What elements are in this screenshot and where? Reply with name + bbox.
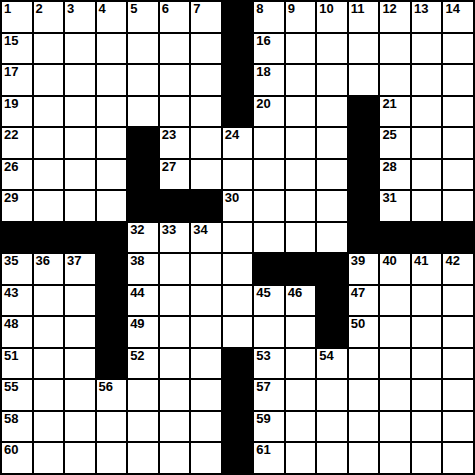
cell-r5c14[interactable] <box>412 128 442 158</box>
clue-number: 28 <box>382 160 396 174</box>
black-cell <box>223 349 253 379</box>
cell-r15c9[interactable]: 61 <box>254 443 284 473</box>
cell-r8c9[interactable] <box>254 223 284 253</box>
cell-r9c12[interactable]: 39 <box>349 254 379 284</box>
cell-r2c1[interactable]: 15 <box>2 34 32 64</box>
clue-number: 7 <box>193 2 200 16</box>
black-cell <box>317 286 347 316</box>
cell-r14c5[interactable] <box>128 412 158 442</box>
clue-number: 11 <box>351 2 365 16</box>
cell-r14c2[interactable] <box>34 412 64 442</box>
cell-r11c10[interactable] <box>286 317 316 347</box>
black-cell <box>254 254 284 284</box>
clue-number: 41 <box>414 254 428 268</box>
cell-r15c2[interactable] <box>34 443 64 473</box>
cell-r4c4[interactable] <box>97 97 127 127</box>
cell-r14c9[interactable]: 59 <box>254 412 284 442</box>
cell-r11c13[interactable] <box>380 317 410 347</box>
clue-number: 33 <box>162 223 176 237</box>
cell-r14c3[interactable] <box>65 412 95 442</box>
black-cell <box>2 223 32 253</box>
cell-r14c15[interactable] <box>443 412 473 442</box>
black-cell <box>380 223 410 253</box>
cell-r7c13[interactable]: 31 <box>380 191 410 221</box>
cell-r10c10[interactable]: 46 <box>286 286 316 316</box>
cell-r1c9[interactable]: 8 <box>254 2 284 32</box>
clue-number: 45 <box>256 286 270 300</box>
cell-r4c10[interactable] <box>286 97 316 127</box>
cell-r7c9[interactable] <box>254 191 284 221</box>
clue-number: 9 <box>288 2 295 16</box>
cell-r15c4[interactable] <box>97 443 127 473</box>
black-cell <box>223 65 253 95</box>
cell-r12c9[interactable]: 53 <box>254 349 284 379</box>
cell-r10c8[interactable] <box>223 286 253 316</box>
cell-r14c13[interactable] <box>380 412 410 442</box>
cell-r5c2[interactable] <box>34 128 64 158</box>
cell-r10c5[interactable]: 44 <box>128 286 158 316</box>
black-cell <box>97 317 127 347</box>
clue-number: 52 <box>130 349 144 363</box>
cell-r9c5[interactable]: 38 <box>128 254 158 284</box>
cell-r3c5[interactable] <box>128 65 158 95</box>
cell-r1c15[interactable]: 14 <box>443 2 473 32</box>
cell-r6c7[interactable] <box>191 160 221 190</box>
cell-r8c7[interactable]: 34 <box>191 223 221 253</box>
cell-r11c15[interactable] <box>443 317 473 347</box>
clue-number: 38 <box>130 254 144 268</box>
cell-r14c10[interactable] <box>286 412 316 442</box>
crossword-grid: 1234567891011121314151617181920212223242… <box>0 0 475 475</box>
cell-r8c10[interactable] <box>286 223 316 253</box>
cell-r13c11[interactable] <box>317 380 347 410</box>
cell-r8c8[interactable] <box>223 223 253 253</box>
cell-r13c1[interactable]: 55 <box>2 380 32 410</box>
cell-r11c9[interactable] <box>254 317 284 347</box>
black-cell <box>34 223 64 253</box>
clue-number: 56 <box>99 380 113 394</box>
cell-r10c15[interactable] <box>443 286 473 316</box>
cell-r14c1[interactable]: 58 <box>2 412 32 442</box>
clue-number: 3 <box>67 2 74 16</box>
cell-r1c14[interactable]: 13 <box>412 2 442 32</box>
cell-r9c15[interactable]: 42 <box>443 254 473 284</box>
clue-number: 57 <box>256 380 270 394</box>
clue-number: 59 <box>256 412 270 426</box>
cell-r4c14[interactable] <box>412 97 442 127</box>
clue-number: 21 <box>382 97 396 111</box>
clue-number: 26 <box>4 160 18 174</box>
clue-number: 25 <box>382 128 396 142</box>
cell-r15c3[interactable] <box>65 443 95 473</box>
cell-r11c12[interactable]: 50 <box>349 317 379 347</box>
clue-number: 23 <box>162 128 176 142</box>
cell-r15c12[interactable] <box>349 443 379 473</box>
clue-number: 49 <box>130 317 144 331</box>
cell-r2c5[interactable] <box>128 34 158 64</box>
cell-r6c15[interactable] <box>443 160 473 190</box>
black-cell <box>349 97 379 127</box>
clue-number: 39 <box>351 254 365 268</box>
cell-r4c9[interactable]: 20 <box>254 97 284 127</box>
cell-r15c6[interactable] <box>160 443 190 473</box>
cell-r9c2[interactable]: 36 <box>34 254 64 284</box>
cell-r6c8[interactable] <box>223 160 253 190</box>
cell-r10c6[interactable] <box>160 286 190 316</box>
black-cell <box>128 160 158 190</box>
cell-r2c4[interactable] <box>97 34 127 64</box>
clue-number: 37 <box>67 254 81 268</box>
clue-number: 27 <box>162 160 176 174</box>
cell-r12c14[interactable] <box>412 349 442 379</box>
cell-r1c4[interactable]: 4 <box>97 2 127 32</box>
cell-r1c11[interactable]: 10 <box>317 2 347 32</box>
clue-number: 32 <box>130 223 144 237</box>
cell-r6c1[interactable]: 26 <box>2 160 32 190</box>
cell-r5c15[interactable] <box>443 128 473 158</box>
black-cell <box>349 160 379 190</box>
cell-r14c11[interactable] <box>317 412 347 442</box>
clue-number: 53 <box>256 349 270 363</box>
black-cell <box>97 349 127 379</box>
cell-r15c10[interactable] <box>286 443 316 473</box>
cell-r7c15[interactable] <box>443 191 473 221</box>
black-cell <box>412 223 442 253</box>
cell-r10c12[interactable]: 47 <box>349 286 379 316</box>
cell-r14c12[interactable] <box>349 412 379 442</box>
cell-r6c11[interactable] <box>317 160 347 190</box>
cell-r4c11[interactable] <box>317 97 347 127</box>
cell-r12c13[interactable] <box>380 349 410 379</box>
black-cell <box>443 223 473 253</box>
cell-r5c9[interactable] <box>254 128 284 158</box>
black-cell <box>349 223 379 253</box>
cell-r3c9[interactable]: 18 <box>254 65 284 95</box>
cell-r2c14[interactable] <box>412 34 442 64</box>
black-cell <box>97 223 127 253</box>
cell-r14c7[interactable] <box>191 412 221 442</box>
clue-number: 61 <box>256 443 270 457</box>
cell-r1c3[interactable]: 3 <box>65 2 95 32</box>
cell-r11c3[interactable] <box>65 317 95 347</box>
cell-r6c13[interactable]: 28 <box>380 160 410 190</box>
clue-number: 19 <box>4 97 18 111</box>
cell-r10c2[interactable] <box>34 286 64 316</box>
cell-r11c2[interactable] <box>34 317 64 347</box>
cell-r5c10[interactable] <box>286 128 316 158</box>
cell-r6c6[interactable]: 27 <box>160 160 190 190</box>
cell-r15c1[interactable]: 60 <box>2 443 32 473</box>
clue-number: 44 <box>130 286 144 300</box>
cell-r2c11[interactable] <box>317 34 347 64</box>
cell-r4c3[interactable] <box>65 97 95 127</box>
cell-r1c10[interactable]: 9 <box>286 2 316 32</box>
cell-r7c1[interactable]: 29 <box>2 191 32 221</box>
cell-r1c13[interactable]: 12 <box>380 2 410 32</box>
cell-r2c12[interactable] <box>349 34 379 64</box>
cell-r13c14[interactable] <box>412 380 442 410</box>
clue-number: 4 <box>99 2 106 16</box>
cell-r4c7[interactable] <box>191 97 221 127</box>
cell-r5c11[interactable] <box>317 128 347 158</box>
clue-number: 50 <box>351 317 365 331</box>
black-cell <box>223 97 253 127</box>
cell-r1c1[interactable]: 1 <box>2 2 32 32</box>
cell-r1c5[interactable]: 5 <box>128 2 158 32</box>
cell-r5c8[interactable]: 24 <box>223 128 253 158</box>
cell-r2c15[interactable] <box>443 34 473 64</box>
black-cell <box>128 128 158 158</box>
cell-r13c13[interactable] <box>380 380 410 410</box>
cell-r6c3[interactable] <box>65 160 95 190</box>
cell-r13c6[interactable] <box>160 380 190 410</box>
clue-number: 1 <box>4 2 11 16</box>
black-cell <box>223 2 253 32</box>
cell-r5c3[interactable] <box>65 128 95 158</box>
cell-r12c6[interactable] <box>160 349 190 379</box>
cell-r10c3[interactable] <box>65 286 95 316</box>
cell-r14c14[interactable] <box>412 412 442 442</box>
cell-r13c10[interactable] <box>286 380 316 410</box>
cell-r1c7[interactable]: 7 <box>191 2 221 32</box>
clue-number: 14 <box>445 2 459 16</box>
cell-r13c4[interactable]: 56 <box>97 380 127 410</box>
cell-r3c1[interactable]: 17 <box>2 65 32 95</box>
cell-r12c2[interactable] <box>34 349 64 379</box>
cell-r13c15[interactable] <box>443 380 473 410</box>
cell-r13c9[interactable]: 57 <box>254 380 284 410</box>
cell-r3c10[interactable] <box>286 65 316 95</box>
cell-r3c2[interactable] <box>34 65 64 95</box>
clue-number: 12 <box>382 2 396 16</box>
clue-number: 58 <box>4 412 18 426</box>
cell-r2c9[interactable]: 16 <box>254 34 284 64</box>
cell-r12c5[interactable]: 52 <box>128 349 158 379</box>
cell-r5c4[interactable] <box>97 128 127 158</box>
cell-r10c13[interactable] <box>380 286 410 316</box>
black-cell <box>65 223 95 253</box>
clue-number: 5 <box>130 2 137 16</box>
black-cell <box>349 191 379 221</box>
cell-r14c4[interactable] <box>97 412 127 442</box>
clue-number: 54 <box>319 349 333 363</box>
cell-r7c2[interactable] <box>34 191 64 221</box>
cell-r9c3[interactable]: 37 <box>65 254 95 284</box>
cell-r10c7[interactable] <box>191 286 221 316</box>
cell-r9c8[interactable] <box>223 254 253 284</box>
black-cell <box>223 380 253 410</box>
clue-number: 13 <box>414 2 428 16</box>
cell-r6c14[interactable] <box>412 160 442 190</box>
black-cell <box>223 443 253 473</box>
black-cell <box>97 286 127 316</box>
cell-r12c7[interactable] <box>191 349 221 379</box>
cell-r15c15[interactable] <box>443 443 473 473</box>
cell-r3c11[interactable] <box>317 65 347 95</box>
cell-r3c3[interactable] <box>65 65 95 95</box>
cell-r12c10[interactable] <box>286 349 316 379</box>
cell-r15c7[interactable] <box>191 443 221 473</box>
black-cell <box>286 254 316 284</box>
cell-r12c11[interactable]: 54 <box>317 349 347 379</box>
cell-r15c11[interactable] <box>317 443 347 473</box>
cell-r13c2[interactable] <box>34 380 64 410</box>
cell-r5c13[interactable]: 25 <box>380 128 410 158</box>
cell-r3c12[interactable] <box>349 65 379 95</box>
cell-r15c13[interactable] <box>380 443 410 473</box>
clue-number: 40 <box>382 254 396 268</box>
cell-r13c3[interactable] <box>65 380 95 410</box>
black-cell <box>349 128 379 158</box>
cell-r6c2[interactable] <box>34 160 64 190</box>
cell-r11c7[interactable] <box>191 317 221 347</box>
cell-r9c1[interactable]: 35 <box>2 254 32 284</box>
cell-r5c7[interactable] <box>191 128 221 158</box>
cell-r3c4[interactable] <box>97 65 127 95</box>
cell-r3c6[interactable] <box>160 65 190 95</box>
cell-r3c13[interactable] <box>380 65 410 95</box>
black-cell <box>160 191 190 221</box>
black-cell <box>97 254 127 284</box>
cell-r2c7[interactable] <box>191 34 221 64</box>
cell-r7c10[interactable] <box>286 191 316 221</box>
clue-number: 29 <box>4 191 18 205</box>
cell-r13c7[interactable] <box>191 380 221 410</box>
cell-r4c6[interactable] <box>160 97 190 127</box>
cell-r3c15[interactable] <box>443 65 473 95</box>
cell-r15c5[interactable] <box>128 443 158 473</box>
clue-number: 35 <box>4 254 18 268</box>
cell-r2c13[interactable] <box>380 34 410 64</box>
cell-r11c1[interactable]: 48 <box>2 317 32 347</box>
cell-r12c12[interactable] <box>349 349 379 379</box>
clue-number: 24 <box>225 128 239 142</box>
clue-number: 15 <box>4 34 18 48</box>
cell-r3c14[interactable] <box>412 65 442 95</box>
clue-number: 34 <box>193 223 207 237</box>
clue-number: 51 <box>4 349 18 363</box>
clue-number: 47 <box>351 286 365 300</box>
cell-r12c3[interactable] <box>65 349 95 379</box>
clue-number: 48 <box>4 317 18 331</box>
clue-number: 36 <box>36 254 50 268</box>
cell-r11c5[interactable]: 49 <box>128 317 158 347</box>
cell-r11c6[interactable] <box>160 317 190 347</box>
clue-number: 8 <box>256 2 263 16</box>
clue-number: 46 <box>288 286 302 300</box>
cell-r3c7[interactable] <box>191 65 221 95</box>
cell-r2c2[interactable] <box>34 34 64 64</box>
cell-r5c1[interactable]: 22 <box>2 128 32 158</box>
cell-r2c10[interactable] <box>286 34 316 64</box>
clue-number: 17 <box>4 65 18 79</box>
black-cell <box>317 254 347 284</box>
black-cell <box>223 34 253 64</box>
cell-r9c13[interactable]: 40 <box>380 254 410 284</box>
black-cell <box>223 412 253 442</box>
black-cell <box>317 317 347 347</box>
cell-r7c8[interactable]: 30 <box>223 191 253 221</box>
cell-r15c14[interactable] <box>412 443 442 473</box>
cell-r10c14[interactable] <box>412 286 442 316</box>
cell-r4c1[interactable]: 19 <box>2 97 32 127</box>
black-cell <box>128 191 158 221</box>
cell-r13c12[interactable] <box>349 380 379 410</box>
clue-number: 22 <box>4 128 18 142</box>
cell-r4c13[interactable]: 21 <box>380 97 410 127</box>
clue-number: 6 <box>162 2 169 16</box>
cell-r6c4[interactable] <box>97 160 127 190</box>
clue-number: 55 <box>4 380 18 394</box>
cell-r1c2[interactable]: 2 <box>34 2 64 32</box>
cell-r12c15[interactable] <box>443 349 473 379</box>
clue-number: 2 <box>36 2 43 16</box>
clue-number: 30 <box>225 191 239 205</box>
cell-r1c6[interactable]: 6 <box>160 2 190 32</box>
clue-number: 31 <box>382 191 396 205</box>
cell-r2c6[interactable] <box>160 34 190 64</box>
cell-r9c6[interactable] <box>160 254 190 284</box>
cell-r7c4[interactable] <box>97 191 127 221</box>
cell-r6c9[interactable] <box>254 160 284 190</box>
cell-r8c6[interactable]: 33 <box>160 223 190 253</box>
cell-r13c5[interactable] <box>128 380 158 410</box>
cell-r9c7[interactable] <box>191 254 221 284</box>
cell-r6c10[interactable] <box>286 160 316 190</box>
cell-r2c3[interactable] <box>65 34 95 64</box>
cell-r10c1[interactable]: 43 <box>2 286 32 316</box>
cell-r4c2[interactable] <box>34 97 64 127</box>
clue-number: 43 <box>4 286 18 300</box>
cell-r11c14[interactable] <box>412 317 442 347</box>
cell-r11c8[interactable] <box>223 317 253 347</box>
cell-r7c11[interactable] <box>317 191 347 221</box>
cell-r5c6[interactable]: 23 <box>160 128 190 158</box>
black-cell <box>191 191 221 221</box>
cell-r4c5[interactable] <box>128 97 158 127</box>
clue-number: 18 <box>256 65 270 79</box>
cell-r12c1[interactable]: 51 <box>2 349 32 379</box>
cell-r8c11[interactable] <box>317 223 347 253</box>
clue-number: 10 <box>319 2 333 16</box>
cell-r1c12[interactable]: 11 <box>349 2 379 32</box>
cell-r7c14[interactable] <box>412 191 442 221</box>
cell-r10c9[interactable]: 45 <box>254 286 284 316</box>
clue-number: 20 <box>256 97 270 111</box>
cell-r7c3[interactable] <box>65 191 95 221</box>
cell-r9c14[interactable]: 41 <box>412 254 442 284</box>
cell-r8c5[interactable]: 32 <box>128 223 158 253</box>
cell-r14c6[interactable] <box>160 412 190 442</box>
clue-number: 60 <box>4 443 18 457</box>
clue-number: 42 <box>445 254 459 268</box>
cell-r4c15[interactable] <box>443 97 473 127</box>
clue-number: 16 <box>256 34 270 48</box>
